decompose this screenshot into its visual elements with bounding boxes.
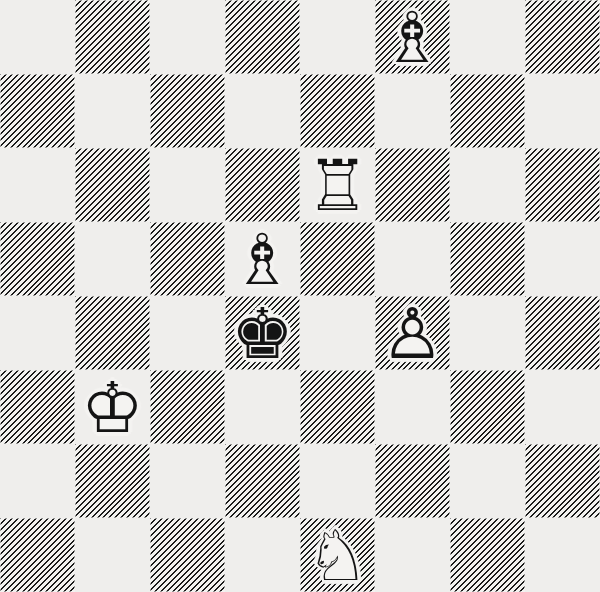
square-g5[interactable] — [450, 222, 525, 296]
square-f7[interactable] — [375, 74, 450, 148]
square-b1[interactable] — [75, 518, 150, 592]
square-h1[interactable] — [525, 518, 600, 592]
square-d7[interactable] — [225, 74, 300, 148]
square-a8[interactable] — [0, 0, 75, 74]
square-c2[interactable] — [150, 444, 225, 518]
white-bishop: ♗ — [225, 222, 300, 296]
square-d4[interactable]: ♚♚ — [225, 296, 300, 370]
white-king: ♔ — [75, 370, 150, 444]
square-d5[interactable]: ♝♗ — [225, 222, 300, 296]
square-g4[interactable] — [450, 296, 525, 370]
square-e5[interactable] — [300, 222, 375, 296]
square-c8[interactable] — [150, 0, 225, 74]
square-f5[interactable] — [375, 222, 450, 296]
square-d2[interactable] — [225, 444, 300, 518]
square-d3[interactable] — [225, 370, 300, 444]
square-h2[interactable] — [525, 444, 600, 518]
square-g3[interactable] — [450, 370, 525, 444]
square-a2[interactable] — [0, 444, 75, 518]
square-d1[interactable] — [225, 518, 300, 592]
chess-diagram: ♝♗♜♖♝♗♚♚♟♙♚♔♞♘ — [0, 0, 600, 592]
white-pawn: ♙ — [375, 296, 450, 370]
square-a1[interactable] — [0, 518, 75, 592]
square-e2[interactable] — [300, 444, 375, 518]
square-f3[interactable] — [375, 370, 450, 444]
black-king: ♚ — [225, 296, 300, 370]
square-b8[interactable] — [75, 0, 150, 74]
square-a4[interactable] — [0, 296, 75, 370]
square-c3[interactable] — [150, 370, 225, 444]
square-h5[interactable] — [525, 222, 600, 296]
square-b4[interactable] — [75, 296, 150, 370]
square-b7[interactable] — [75, 74, 150, 148]
square-f8[interactable]: ♝♗ — [375, 0, 450, 74]
white-rook: ♖ — [300, 148, 375, 222]
square-d8[interactable] — [225, 0, 300, 74]
square-f6[interactable] — [375, 148, 450, 222]
square-a6[interactable] — [0, 148, 75, 222]
square-h3[interactable] — [525, 370, 600, 444]
square-c1[interactable] — [150, 518, 225, 592]
square-e3[interactable] — [300, 370, 375, 444]
square-f4[interactable]: ♟♙ — [375, 296, 450, 370]
square-b3[interactable]: ♚♔ — [75, 370, 150, 444]
square-b6[interactable] — [75, 148, 150, 222]
square-g6[interactable] — [450, 148, 525, 222]
square-c4[interactable] — [150, 296, 225, 370]
square-e8[interactable] — [300, 0, 375, 74]
square-d6[interactable] — [225, 148, 300, 222]
square-h8[interactable] — [525, 0, 600, 74]
white-knight: ♘ — [300, 518, 375, 592]
square-c6[interactable] — [150, 148, 225, 222]
square-g1[interactable] — [450, 518, 525, 592]
square-h6[interactable] — [525, 148, 600, 222]
square-b5[interactable] — [75, 222, 150, 296]
square-f2[interactable] — [375, 444, 450, 518]
square-e1[interactable]: ♞♘ — [300, 518, 375, 592]
square-g7[interactable] — [450, 74, 525, 148]
square-h4[interactable] — [525, 296, 600, 370]
square-f1[interactable] — [375, 518, 450, 592]
square-c5[interactable] — [150, 222, 225, 296]
square-e7[interactable] — [300, 74, 375, 148]
white-bishop: ♗ — [375, 0, 450, 74]
square-b2[interactable] — [75, 444, 150, 518]
square-g8[interactable] — [450, 0, 525, 74]
square-e6[interactable]: ♜♖ — [300, 148, 375, 222]
chess-board: ♝♗♜♖♝♗♚♚♟♙♚♔♞♘ — [0, 0, 600, 592]
square-a5[interactable] — [0, 222, 75, 296]
square-a3[interactable] — [0, 370, 75, 444]
square-c7[interactable] — [150, 74, 225, 148]
square-a7[interactable] — [0, 74, 75, 148]
square-e4[interactable] — [300, 296, 375, 370]
square-h7[interactable] — [525, 74, 600, 148]
square-g2[interactable] — [450, 444, 525, 518]
